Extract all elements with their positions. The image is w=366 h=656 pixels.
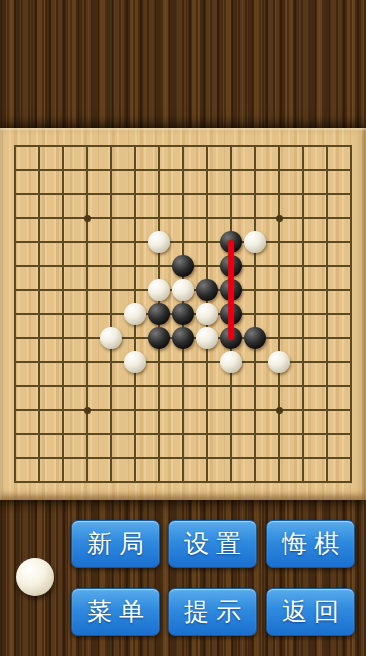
black-stone [172,327,194,349]
settings-button[interactable]: 设置 [168,520,257,568]
black-stone [196,279,218,301]
white-stone [124,303,146,325]
black-stone [148,303,170,325]
white-stone [220,351,242,373]
star-point [276,215,283,222]
black-stone [172,255,194,277]
black-stone [172,303,194,325]
back-button[interactable]: 返回 [266,588,355,636]
white-stone [196,303,218,325]
undo-button[interactable]: 悔棋 [266,520,355,568]
current-player-white-stone [16,558,54,596]
white-stone [148,231,170,253]
white-stone [100,327,122,349]
white-stone [268,351,290,373]
menu-button[interactable]: 菜单 [71,588,160,636]
white-stone [172,279,194,301]
black-stone [148,327,170,349]
gomoku-board[interactable] [0,128,366,500]
white-stone [148,279,170,301]
white-stone [124,351,146,373]
star-point [84,407,91,414]
black-stone [244,327,266,349]
star-point [276,407,283,414]
winning-five-marker [228,240,234,340]
hint-button[interactable]: 提示 [168,588,257,636]
white-stone [244,231,266,253]
star-point [84,215,91,222]
white-stone [196,327,218,349]
app-screen: 新局设置悔棋菜单提示返回 [0,0,366,656]
new-game-button[interactable]: 新局 [71,520,160,568]
